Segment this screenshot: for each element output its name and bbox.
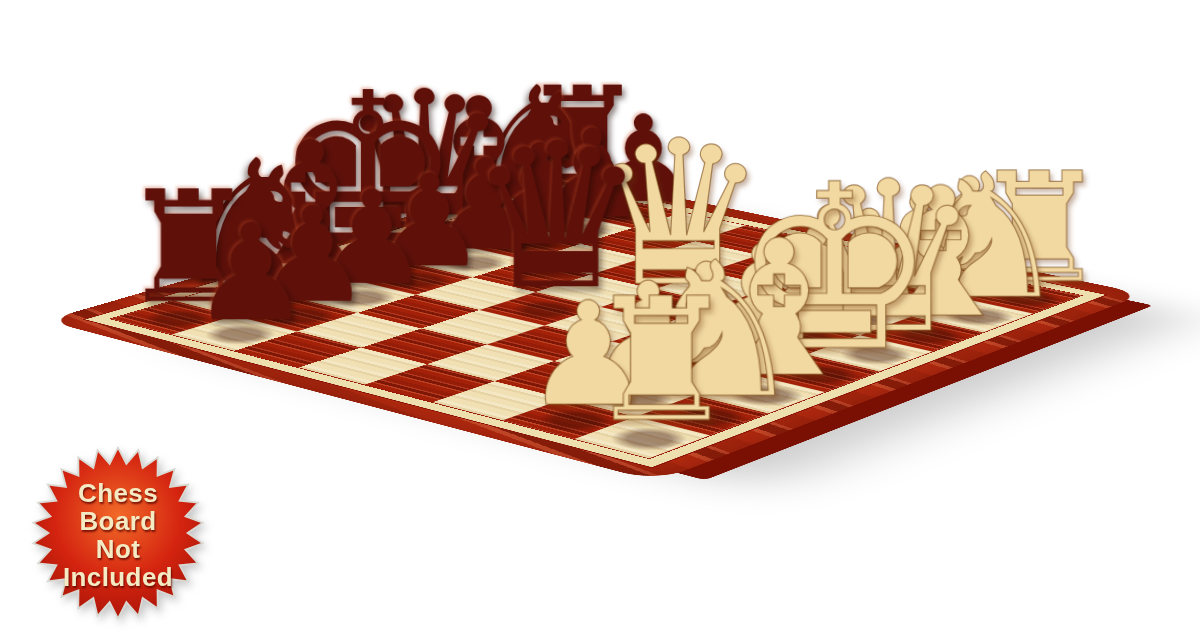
starburst-icon bbox=[30, 443, 206, 623]
piece-black-pawn-h7: ♟ bbox=[191, 210, 311, 337]
not-included-badge: Chess Board Not Included bbox=[30, 443, 206, 623]
chess-board: ♜♞♝♚♛♝♞♜♟♟♟♟♟♟♟♟♛♛♟♟♟♟♟♟♟♟♜♞♝♚♛♝♞♜ bbox=[45, 173, 1144, 481]
board-maple-border: ♜♞♝♚♛♝♞♜♟♟♟♟♟♟♟♟♛♛♟♟♟♟♟♟♟♟♜♞♝♚♛♝♞♜ bbox=[83, 181, 1109, 468]
square-h1: ♜ bbox=[575, 417, 710, 458]
chess-board-grid: ♜♞♝♚♛♝♞♜♟♟♟♟♟♟♟♟♛♛♟♟♟♟♟♟♟♟♜♞♝♚♛♝♞♜ bbox=[108, 187, 1083, 459]
piece-white-rook-h1: ♜ bbox=[585, 281, 737, 442]
board-frame: ♜♞♝♚♛♝♞♜♟♟♟♟♟♟♟♟♛♛♟♟♟♟♟♟♟♟♜♞♝♚♛♝♞♜ bbox=[45, 173, 1144, 481]
product-photo: ♜♞♝♚♛♝♞♜♟♟♟♟♟♟♟♟♛♛♟♟♟♟♟♟♟♟♜♞♝♚♛♝♞♜ Chess… bbox=[0, 0, 1200, 637]
